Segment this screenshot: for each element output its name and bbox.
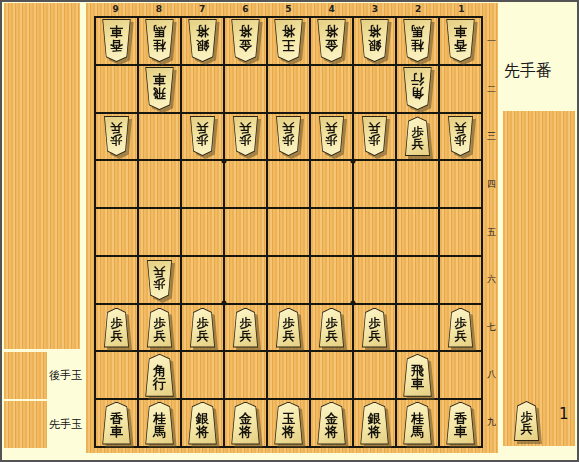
square-9-2[interactable] <box>96 66 137 112</box>
sente-king-cell <box>4 401 47 448</box>
square-5-4[interactable] <box>268 161 309 207</box>
koma-kanji: 角行 <box>143 354 176 397</box>
file-label-5: 5 <box>267 3 310 16</box>
koma-sente-kyosha[interactable]: 香車 <box>444 402 477 445</box>
koma-kanji: 飛車 <box>401 354 434 397</box>
sente-piece: 金将 <box>229 402 262 445</box>
gote-piece-rotated: 桂馬 <box>401 19 434 62</box>
koma-kanji: 銀将 <box>186 19 219 62</box>
file-label-8: 8 <box>137 3 180 16</box>
koma-gote-fu[interactable]: 歩兵 <box>231 116 260 156</box>
square-6-4[interactable] <box>225 161 266 207</box>
gote-piece-rotated: 歩兵 <box>446 116 475 156</box>
koma-gote-kakugyo[interactable]: 角行 <box>401 67 434 110</box>
square-9-5[interactable] <box>96 209 137 255</box>
koma-sente-fu[interactable]: 歩兵 <box>145 308 174 348</box>
gote-piece-rotated: 銀将 <box>186 19 219 62</box>
koma-sente-fu[interactable]: 歩兵 <box>231 308 260 348</box>
sente-piece: 角行 <box>143 354 176 397</box>
square-4-8[interactable] <box>311 352 352 398</box>
gote-piece-rotated: 王将 <box>272 19 305 62</box>
rank-label-4: 四 <box>485 161 498 209</box>
square-2-9[interactable]: 桂馬 <box>397 400 438 446</box>
square-7-5[interactable] <box>182 209 223 255</box>
rank-label-1: 一 <box>485 18 498 66</box>
square-8-2[interactable]: 飛車 <box>139 66 180 112</box>
square-2-7[interactable] <box>397 305 438 351</box>
koma-gote-ginsho[interactable]: 銀将 <box>186 19 219 62</box>
gote-komadai[interactable] <box>4 3 80 349</box>
koma-kanji: 銀将 <box>358 402 391 445</box>
square-7-4[interactable] <box>182 161 223 207</box>
sente-piece: 銀将 <box>186 402 219 445</box>
square-6-2[interactable] <box>225 66 266 112</box>
koma-kanji: 歩兵 <box>231 308 260 348</box>
rank-label-8: 八 <box>485 351 498 399</box>
sente-piece: 歩兵 <box>231 308 260 348</box>
koma-gote-kinsho[interactable]: 金将 <box>229 19 262 62</box>
sente-hand-pawn-count: 1 <box>559 405 569 423</box>
koma-sente-ginsho[interactable]: 銀将 <box>186 402 219 445</box>
square-4-5[interactable] <box>311 209 352 255</box>
koma-gote-kinsho[interactable]: 金将 <box>315 19 348 62</box>
gote-piece-rotated: 金将 <box>315 19 348 62</box>
gote-piece-rotated: 桂馬 <box>143 19 176 62</box>
square-4-3[interactable]: 歩兵 <box>311 114 352 160</box>
square-4-9[interactable]: 金将 <box>311 400 352 446</box>
square-6-9[interactable]: 金将 <box>225 400 266 446</box>
koma-gote-fu[interactable]: 歩兵 <box>274 116 303 156</box>
rank-label-6: 六 <box>485 256 498 304</box>
koma-kanji: 銀将 <box>358 19 391 62</box>
square-7-9[interactable]: 銀将 <box>182 400 223 446</box>
square-5-8[interactable] <box>268 352 309 398</box>
sente-piece: 歩兵 <box>188 308 217 348</box>
hoshi-dot <box>350 158 355 163</box>
koma-kanji: 玉将 <box>272 402 305 445</box>
koma-kanji: 桂馬 <box>401 19 434 62</box>
square-6-7[interactable]: 歩兵 <box>225 305 266 351</box>
square-1-9[interactable]: 香車 <box>440 400 481 446</box>
board-block: 987654321 香車桂馬銀将金将王将金将銀将桂馬香車飛車角行歩兵歩兵歩兵歩兵… <box>86 3 498 453</box>
koma-kanji: 歩兵 <box>188 116 217 156</box>
square-7-2[interactable] <box>182 66 223 112</box>
square-8-5[interactable] <box>139 209 180 255</box>
koma-sente-fu[interactable]: 歩兵 <box>102 308 131 348</box>
sente-piece: 金将 <box>315 402 348 445</box>
sente-piece: 歩兵 <box>403 116 432 156</box>
square-8-8[interactable]: 角行 <box>139 352 180 398</box>
koma-kanji: 歩兵 <box>403 116 432 156</box>
square-8-7[interactable]: 歩兵 <box>139 305 180 351</box>
square-8-1[interactable]: 桂馬 <box>139 18 180 64</box>
koma-kanji: 歩兵 <box>145 308 174 348</box>
koma-sente-fu[interactable]: 歩兵 <box>446 308 475 348</box>
file-label-1: 1 <box>440 3 483 16</box>
square-4-7[interactable]: 歩兵 <box>311 305 352 351</box>
square-7-3[interactable]: 歩兵 <box>182 114 223 160</box>
square-8-4[interactable] <box>139 161 180 207</box>
koma-sente-fu[interactable]: 歩兵 <box>403 116 432 156</box>
square-2-2[interactable]: 角行 <box>397 66 438 112</box>
gote-piece-rotated: 歩兵 <box>274 116 303 156</box>
sente-piece: 歩兵 <box>512 401 541 441</box>
koma-sente-fu[interactable]: 歩兵 <box>274 308 303 348</box>
board-grid: 香車桂馬銀将金将王将金将銀将桂馬香車飛車角行歩兵歩兵歩兵歩兵歩兵歩兵歩兵歩兵歩兵… <box>96 18 481 446</box>
file-label-3: 3 <box>353 3 396 16</box>
koma-kanji: 歩兵 <box>145 260 174 300</box>
file-label-4: 4 <box>310 3 353 16</box>
koma-gote-fu[interactable]: 歩兵 <box>317 116 346 156</box>
square-9-6[interactable] <box>96 257 137 303</box>
koma-sente-fu[interactable]: 歩兵 <box>512 401 541 441</box>
koma-gote-osho[interactable]: 王将 <box>272 19 305 62</box>
sente-piece: 銀将 <box>358 402 391 445</box>
gote-piece-rotated: 飛車 <box>143 67 176 110</box>
gote-piece-rotated: 歩兵 <box>317 116 346 156</box>
koma-kanji: 歩兵 <box>446 116 475 156</box>
rank-labels: 一二三四五六七八九 <box>485 18 498 446</box>
koma-kanji: 桂馬 <box>401 402 434 445</box>
koma-kanji: 角行 <box>401 67 434 110</box>
square-2-4[interactable] <box>397 161 438 207</box>
sente-piece: 歩兵 <box>317 308 346 348</box>
square-4-6[interactable] <box>311 257 352 303</box>
koma-gote-fu[interactable]: 歩兵 <box>102 116 131 156</box>
koma-kanji: 歩兵 <box>102 308 131 348</box>
koma-kanji: 桂馬 <box>143 19 176 62</box>
square-9-7[interactable]: 歩兵 <box>96 305 137 351</box>
koma-kanji: 歩兵 <box>317 308 346 348</box>
square-2-8[interactable]: 飛車 <box>397 352 438 398</box>
koma-kanji: 香車 <box>100 402 133 445</box>
square-9-1[interactable]: 香車 <box>96 18 137 64</box>
square-9-9[interactable]: 香車 <box>96 400 137 446</box>
square-5-3[interactable]: 歩兵 <box>268 114 309 160</box>
square-9-4[interactable] <box>96 161 137 207</box>
koma-gote-fu[interactable]: 歩兵 <box>446 116 475 156</box>
koma-sente-kakugyo[interactable]: 角行 <box>143 354 176 397</box>
koma-kanji: 王将 <box>272 19 305 62</box>
shogi-app-window: 後手玉 先手玉 987654321 香車桂馬銀将金将王将金将銀将桂馬香車飛車角行… <box>0 0 579 462</box>
square-2-1[interactable]: 桂馬 <box>397 18 438 64</box>
square-3-5[interactable] <box>354 209 395 255</box>
hoshi-dot <box>222 158 227 163</box>
square-1-7[interactable]: 歩兵 <box>440 305 481 351</box>
koma-gote-hisha[interactable]: 飛車 <box>143 67 176 110</box>
square-8-6[interactable]: 歩兵 <box>139 257 180 303</box>
rank-label-2: 二 <box>485 66 498 114</box>
gote-king-label: 後手玉 <box>49 352 86 399</box>
square-3-3[interactable]: 歩兵 <box>354 114 395 160</box>
gote-piece-rotated: 歩兵 <box>231 116 260 156</box>
square-4-2[interactable] <box>311 66 352 112</box>
koma-kanji: 香車 <box>100 19 133 62</box>
sente-hand-slot: 歩兵 <box>512 401 541 441</box>
square-5-6[interactable] <box>268 257 309 303</box>
square-2-5[interactable] <box>397 209 438 255</box>
gote-piece-rotated: 金将 <box>229 19 262 62</box>
koma-gote-fu[interactable]: 歩兵 <box>145 260 174 300</box>
gote-king-cell <box>4 352 47 399</box>
square-1-1[interactable]: 香車 <box>440 18 481 64</box>
koma-gote-fu[interactable]: 歩兵 <box>188 116 217 156</box>
square-1-8[interactable] <box>440 352 481 398</box>
koma-sente-keima[interactable]: 桂馬 <box>401 402 434 445</box>
sente-piece: 飛車 <box>401 354 434 397</box>
square-6-8[interactable] <box>225 352 266 398</box>
sente-piece: 歩兵 <box>274 308 303 348</box>
sente-piece: 歩兵 <box>446 308 475 348</box>
gote-piece-rotated: 角行 <box>401 67 434 110</box>
rank-label-3: 三 <box>485 113 498 161</box>
square-6-5[interactable] <box>225 209 266 255</box>
koma-kanji: 歩兵 <box>317 116 346 156</box>
square-5-9[interactable]: 玉将 <box>268 400 309 446</box>
koma-gote-ginsho[interactable]: 銀将 <box>358 19 391 62</box>
sente-king-label: 先手玉 <box>49 401 86 448</box>
koma-sente-keima[interactable]: 桂馬 <box>143 402 176 445</box>
koma-kanji: 歩兵 <box>446 308 475 348</box>
koma-kanji: 歩兵 <box>274 116 303 156</box>
square-3-2[interactable] <box>354 66 395 112</box>
square-7-8[interactable] <box>182 352 223 398</box>
koma-kanji: 香車 <box>444 402 477 445</box>
gote-piece-rotated: 歩兵 <box>360 116 389 156</box>
square-3-9[interactable]: 銀将 <box>354 400 395 446</box>
square-2-3[interactable]: 歩兵 <box>397 114 438 160</box>
koma-kanji: 香車 <box>444 19 477 62</box>
square-3-1[interactable]: 銀将 <box>354 18 395 64</box>
file-label-2: 2 <box>397 3 440 16</box>
gote-piece-rotated: 歩兵 <box>102 116 131 156</box>
koma-sente-gyokusho[interactable]: 玉将 <box>272 402 305 445</box>
file-label-9: 9 <box>94 3 137 16</box>
koma-kanji: 歩兵 <box>188 308 217 348</box>
koma-kanji: 歩兵 <box>360 116 389 156</box>
gote-piece-rotated: 香車 <box>100 19 133 62</box>
square-1-5[interactable] <box>440 209 481 255</box>
koma-sente-kyosha[interactable]: 香車 <box>100 402 133 445</box>
square-1-6[interactable] <box>440 257 481 303</box>
koma-kanji: 金将 <box>315 19 348 62</box>
square-6-1[interactable]: 金将 <box>225 18 266 64</box>
file-labels: 987654321 <box>94 3 483 16</box>
square-8-9[interactable]: 桂馬 <box>139 400 180 446</box>
koma-gote-kyosha[interactable]: 香車 <box>444 19 477 62</box>
koma-sente-fu[interactable]: 歩兵 <box>317 308 346 348</box>
sente-piece: 歩兵 <box>102 308 131 348</box>
sente-piece: 桂馬 <box>401 402 434 445</box>
koma-sente-kinsho[interactable]: 金将 <box>315 402 348 445</box>
square-3-4[interactable] <box>354 161 395 207</box>
gote-piece-rotated: 歩兵 <box>188 116 217 156</box>
sente-komadai[interactable]: 歩兵 1 <box>503 111 575 446</box>
sente-piece: 桂馬 <box>143 402 176 445</box>
sente-piece: 玉将 <box>272 402 305 445</box>
rank-label-9: 九 <box>485 399 498 447</box>
board: 香車桂馬銀将金将王将金将銀将桂馬香車飛車角行歩兵歩兵歩兵歩兵歩兵歩兵歩兵歩兵歩兵… <box>94 16 483 448</box>
gote-piece-rotated: 香車 <box>444 19 477 62</box>
koma-sente-ginsho[interactable]: 銀将 <box>358 402 391 445</box>
sente-piece: 歩兵 <box>360 308 389 348</box>
koma-kanji: 歩兵 <box>274 308 303 348</box>
koma-kanji: 歩兵 <box>102 116 131 156</box>
file-label-6: 6 <box>224 3 267 16</box>
koma-kanji: 歩兵 <box>231 116 260 156</box>
file-label-7: 7 <box>180 3 223 16</box>
square-6-3[interactable]: 歩兵 <box>225 114 266 160</box>
square-1-3[interactable]: 歩兵 <box>440 114 481 160</box>
koma-sente-fu[interactable]: 歩兵 <box>188 308 217 348</box>
square-8-3[interactable] <box>139 114 180 160</box>
koma-gote-keima[interactable]: 桂馬 <box>143 19 176 62</box>
square-5-7[interactable]: 歩兵 <box>268 305 309 351</box>
koma-sente-kinsho[interactable]: 金将 <box>229 402 262 445</box>
square-4-1[interactable]: 金将 <box>311 18 352 64</box>
sente-piece: 香車 <box>100 402 133 445</box>
koma-sente-hisha[interactable]: 飛車 <box>401 354 434 397</box>
square-9-8[interactable] <box>96 352 137 398</box>
koma-kanji: 桂馬 <box>143 402 176 445</box>
koma-kanji: 金将 <box>229 19 262 62</box>
koma-kanji: 歩兵 <box>512 401 541 441</box>
koma-kanji: 金将 <box>315 402 348 445</box>
square-4-4[interactable] <box>311 161 352 207</box>
gote-piece-rotated: 歩兵 <box>145 260 174 300</box>
koma-gote-fu[interactable]: 歩兵 <box>360 116 389 156</box>
square-9-3[interactable]: 歩兵 <box>96 114 137 160</box>
square-7-1[interactable]: 銀将 <box>182 18 223 64</box>
square-2-6[interactable] <box>397 257 438 303</box>
square-1-2[interactable] <box>440 66 481 112</box>
square-7-6[interactable] <box>182 257 223 303</box>
sente-piece: 香車 <box>444 402 477 445</box>
rank-label-7: 七 <box>485 303 498 351</box>
square-3-6[interactable] <box>354 257 395 303</box>
sente-piece: 歩兵 <box>145 308 174 348</box>
koma-kanji: 飛車 <box>143 67 176 110</box>
square-5-2[interactable] <box>268 66 309 112</box>
koma-gote-kyosha[interactable]: 香車 <box>100 19 133 62</box>
turn-indicator: 先手番 <box>504 61 578 82</box>
koma-kanji: 銀将 <box>186 402 219 445</box>
square-6-6[interactable] <box>225 257 266 303</box>
koma-kanji: 歩兵 <box>360 308 389 348</box>
hoshi-dot <box>222 301 227 306</box>
square-5-5[interactable] <box>268 209 309 255</box>
square-5-1[interactable]: 王将 <box>268 18 309 64</box>
square-1-4[interactable] <box>440 161 481 207</box>
square-3-8[interactable] <box>354 352 395 398</box>
square-3-7[interactable]: 歩兵 <box>354 305 395 351</box>
square-7-7[interactable]: 歩兵 <box>182 305 223 351</box>
koma-sente-fu[interactable]: 歩兵 <box>360 308 389 348</box>
hoshi-dot <box>350 301 355 306</box>
gote-piece-rotated: 銀将 <box>358 19 391 62</box>
koma-gote-keima[interactable]: 桂馬 <box>401 19 434 62</box>
rank-label-5: 五 <box>485 208 498 256</box>
koma-kanji: 金将 <box>229 402 262 445</box>
